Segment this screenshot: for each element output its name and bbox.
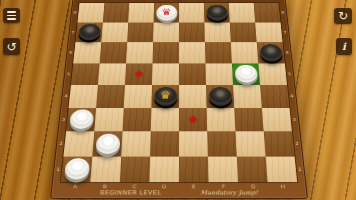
square-b4[interactable] xyxy=(96,85,125,108)
square-g5[interactable] xyxy=(231,63,259,85)
undo-icon: ↺ xyxy=(6,40,16,54)
info-icon: i xyxy=(342,41,346,52)
menu-button[interactable] xyxy=(3,8,20,23)
column-label-a: A xyxy=(59,182,89,190)
square-h1 xyxy=(265,156,297,182)
square-f1 xyxy=(207,156,237,182)
square-f6[interactable] xyxy=(204,42,231,63)
square-a5[interactable] xyxy=(70,63,99,85)
status-mandatory-jump-label: Mandatory Jump! xyxy=(200,189,258,196)
square-b2[interactable] xyxy=(92,131,122,156)
square-e1[interactable] xyxy=(179,156,209,182)
square-c1[interactable] xyxy=(119,156,149,182)
square-e7[interactable] xyxy=(179,22,205,42)
piece-white-man-g5[interactable] xyxy=(234,65,257,83)
square-a6 xyxy=(73,42,101,63)
hamburger-icon xyxy=(7,11,16,13)
square-a8 xyxy=(77,3,104,22)
square-c4 xyxy=(123,85,151,108)
square-h7 xyxy=(255,22,282,42)
square-e5[interactable] xyxy=(179,63,206,85)
square-h8[interactable] xyxy=(253,3,280,22)
square-g8 xyxy=(228,3,254,22)
redo-icon: ↻ xyxy=(338,9,348,23)
redo-button[interactable]: ↻ xyxy=(334,8,352,24)
square-c8 xyxy=(128,3,154,22)
square-c7[interactable] xyxy=(127,22,153,42)
bottom-rail: ABCDEFGH BEGINNER LEVEL Mandatory Jump! xyxy=(59,182,299,198)
move-marker-c5[interactable] xyxy=(135,71,143,77)
square-d5 xyxy=(151,63,178,85)
piece-black-man-h6[interactable] xyxy=(259,44,282,61)
square-b7 xyxy=(101,22,128,42)
piece-white-king-d8[interactable]: ♛ xyxy=(155,5,176,21)
square-b6[interactable] xyxy=(99,42,127,63)
square-b3 xyxy=(94,108,123,132)
square-a4 xyxy=(68,85,97,108)
square-h6[interactable] xyxy=(256,42,284,63)
square-d1 xyxy=(149,156,179,182)
square-a7[interactable] xyxy=(75,22,102,42)
square-d4[interactable]: ♛ xyxy=(151,85,179,108)
king-crown-icon: ♛ xyxy=(155,5,176,19)
column-labels: ABCDEFGH xyxy=(60,182,298,189)
square-f2[interactable] xyxy=(207,131,237,156)
square-f7 xyxy=(204,22,230,42)
piece-black-king-d4[interactable]: ♛ xyxy=(153,87,176,106)
square-e8 xyxy=(179,3,204,22)
square-b1 xyxy=(90,156,121,182)
piece-white-man-a1[interactable] xyxy=(63,158,89,179)
square-h3 xyxy=(261,108,291,132)
square-e6 xyxy=(179,42,205,63)
piece-black-man-f8[interactable] xyxy=(205,5,227,21)
checkers-board: 87654321 87654321 ♛♛ ABCDEFGH BEGINNER L… xyxy=(50,0,308,199)
piece-white-man-a3[interactable] xyxy=(68,110,93,129)
square-f4[interactable] xyxy=(206,85,234,108)
square-b5 xyxy=(97,63,125,85)
square-d7 xyxy=(153,22,179,42)
undo-button[interactable]: ↺ xyxy=(3,38,20,55)
board-grid: ♛♛ xyxy=(60,3,296,182)
square-d8[interactable]: ♛ xyxy=(153,3,178,22)
square-a2 xyxy=(63,131,94,156)
square-h5 xyxy=(258,63,287,85)
piece-white-man-b2[interactable] xyxy=(94,134,119,154)
square-e3[interactable] xyxy=(179,108,207,132)
square-g6 xyxy=(230,42,258,63)
square-b8[interactable] xyxy=(102,3,128,22)
square-a3[interactable] xyxy=(66,108,96,132)
square-g3[interactable] xyxy=(234,108,263,132)
piece-black-man-a7[interactable] xyxy=(77,24,100,40)
square-f3 xyxy=(206,108,235,132)
square-c3[interactable] xyxy=(122,108,151,132)
square-f8[interactable] xyxy=(203,3,229,22)
square-d6[interactable] xyxy=(152,42,178,63)
square-c2 xyxy=(121,131,151,156)
king-crown-icon: ♛ xyxy=(153,87,176,103)
column-label-h: H xyxy=(267,182,297,190)
square-g2 xyxy=(235,131,265,156)
square-e2 xyxy=(179,131,208,156)
square-h4[interactable] xyxy=(260,85,289,108)
square-h2[interactable] xyxy=(263,131,294,156)
game-screen: ↺ ↻ i 87654321 87654321 ♛♛ ABCDEFGH BEGI… xyxy=(0,0,356,200)
square-g7[interactable] xyxy=(229,22,256,42)
square-d3 xyxy=(150,108,178,132)
square-c5[interactable] xyxy=(124,63,152,85)
square-g1[interactable] xyxy=(236,156,267,182)
square-g4 xyxy=(233,85,262,108)
square-e4 xyxy=(179,85,207,108)
square-a1[interactable] xyxy=(60,156,92,182)
square-c6 xyxy=(126,42,153,63)
info-button[interactable]: i xyxy=(336,38,352,55)
move-marker-e3[interactable] xyxy=(189,116,197,123)
status-level-label: BEGINNER LEVEL xyxy=(99,189,160,196)
square-d2[interactable] xyxy=(150,131,179,156)
piece-black-man-f4[interactable] xyxy=(208,87,231,106)
square-f5 xyxy=(205,63,233,85)
